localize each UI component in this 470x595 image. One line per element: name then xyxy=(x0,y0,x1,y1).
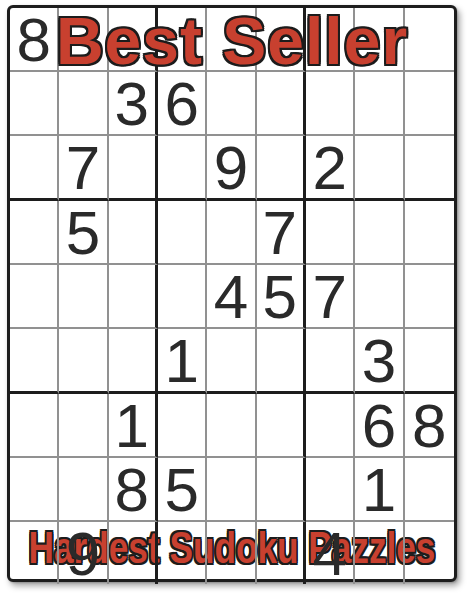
top-title: Best Seller xyxy=(56,11,408,71)
cell-r8c7 xyxy=(306,458,355,522)
cell-r6c1 xyxy=(10,329,59,394)
cell-r1c1: 8 xyxy=(10,8,59,72)
cell-r8c3: 8 xyxy=(109,458,158,522)
sudoku-grid: 836792574571316885194 xyxy=(10,8,454,579)
cell-r9c4 xyxy=(158,522,207,584)
cell-r7c9: 8 xyxy=(405,394,454,458)
cell-r9c7: 4 xyxy=(306,522,355,584)
cell-r3c5: 9 xyxy=(207,136,256,201)
cell-r7c2 xyxy=(59,394,108,458)
cell-r2c9 xyxy=(405,72,454,136)
given-digit: 8 xyxy=(412,395,446,457)
cell-r2c8 xyxy=(355,72,404,136)
cell-r9c5 xyxy=(207,522,256,584)
cell-r4c1 xyxy=(10,201,59,265)
cell-r4c7 xyxy=(306,201,355,265)
cell-r3c7: 2 xyxy=(306,136,355,201)
cell-r6c2 xyxy=(59,329,108,394)
cell-r6c5 xyxy=(207,329,256,394)
given-digit: 9 xyxy=(214,137,248,199)
cell-r5c6: 5 xyxy=(257,265,306,329)
cell-r8c2 xyxy=(59,458,108,522)
cell-r7c5 xyxy=(207,394,256,458)
cell-r3c2: 7 xyxy=(59,136,108,201)
cell-r7c7 xyxy=(306,394,355,458)
cell-r5c8 xyxy=(355,265,404,329)
cell-r7c3: 1 xyxy=(109,394,158,458)
cell-r6c4: 1 xyxy=(158,329,207,394)
given-digit: 4 xyxy=(214,266,248,328)
cell-r2c1 xyxy=(10,72,59,136)
cell-r4c2: 5 xyxy=(59,201,108,265)
cell-r9c1 xyxy=(10,522,59,584)
cell-r4c8 xyxy=(355,201,404,265)
cell-r6c9 xyxy=(405,329,454,394)
cell-r8c9 xyxy=(405,458,454,522)
cell-r5c2 xyxy=(59,265,108,329)
cell-r2c2 xyxy=(59,72,108,136)
cell-r2c4: 6 xyxy=(158,72,207,136)
given-digit: 9 xyxy=(66,523,100,585)
cell-r7c8: 6 xyxy=(355,394,404,458)
given-digit: 8 xyxy=(115,459,149,521)
cell-r5c9 xyxy=(405,265,454,329)
given-digit: 3 xyxy=(115,73,149,135)
cell-r2c5 xyxy=(207,72,256,136)
cell-r7c6 xyxy=(257,394,306,458)
given-digit: 4 xyxy=(312,523,346,585)
cell-r5c3 xyxy=(109,265,158,329)
cell-r8c6 xyxy=(257,458,306,522)
cell-r5c5: 4 xyxy=(207,265,256,329)
cell-r4c5 xyxy=(207,201,256,265)
cell-r4c3 xyxy=(109,201,158,265)
cell-r8c8: 1 xyxy=(355,458,404,522)
cell-r9c2: 9 xyxy=(59,522,108,584)
given-digit: 2 xyxy=(312,137,346,199)
cell-r5c1 xyxy=(10,265,59,329)
cell-r5c4 xyxy=(158,265,207,329)
cell-r9c8 xyxy=(355,522,404,584)
given-digit: 5 xyxy=(66,202,100,264)
cell-r3c1 xyxy=(10,136,59,201)
sudoku-board: Hardest Sudoku Pazzles 83679257457131688… xyxy=(7,5,457,582)
given-digit: 5 xyxy=(164,459,198,521)
given-digit: 7 xyxy=(66,137,100,199)
cell-r3c4 xyxy=(158,136,207,201)
cell-r9c6 xyxy=(257,522,306,584)
given-digit: 7 xyxy=(263,202,297,264)
cell-r6c6 xyxy=(257,329,306,394)
cell-r8c4: 5 xyxy=(158,458,207,522)
cell-r8c1 xyxy=(10,458,59,522)
given-digit: 7 xyxy=(312,266,346,328)
cell-r2c7 xyxy=(306,72,355,136)
cell-r9c3 xyxy=(109,522,158,584)
given-digit: 1 xyxy=(164,330,198,392)
cell-r4c9 xyxy=(405,201,454,265)
cell-r2c3: 3 xyxy=(109,72,158,136)
cell-r6c7 xyxy=(306,329,355,394)
cell-r7c1 xyxy=(10,394,59,458)
given-digit: 8 xyxy=(16,9,50,71)
cell-r6c8: 3 xyxy=(355,329,404,394)
given-digit: 1 xyxy=(362,459,396,521)
given-digit: 1 xyxy=(115,395,149,457)
cell-r8c5 xyxy=(207,458,256,522)
cell-r4c6: 7 xyxy=(257,201,306,265)
cell-r3c3 xyxy=(109,136,158,201)
cell-r2c6 xyxy=(257,72,306,136)
cell-r1c9 xyxy=(405,8,454,72)
book-cover: Hardest Sudoku Pazzles 83679257457131688… xyxy=(0,0,470,595)
given-digit: 6 xyxy=(362,395,396,457)
cell-r9c9 xyxy=(405,522,454,584)
cell-r7c4 xyxy=(158,394,207,458)
cell-r3c9 xyxy=(405,136,454,201)
given-digit: 6 xyxy=(164,73,198,135)
given-digit: 5 xyxy=(263,266,297,328)
given-digit: 3 xyxy=(362,330,396,392)
cell-r6c3 xyxy=(109,329,158,394)
cell-r5c7: 7 xyxy=(306,265,355,329)
cell-r4c4 xyxy=(158,201,207,265)
cell-r3c6 xyxy=(257,136,306,201)
cell-r3c8 xyxy=(355,136,404,201)
